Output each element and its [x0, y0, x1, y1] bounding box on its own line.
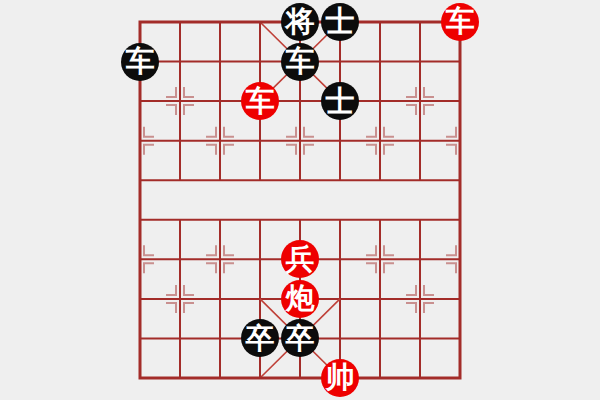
piece-red-general[interactable]: 帅 — [321, 359, 359, 397]
piece-black-chariot[interactable]: 车 — [121, 43, 159, 81]
xiangqi-board-diagram: 将士车车车车士兵炮卒卒帅 — [0, 0, 600, 400]
piece-black-chariot[interactable]: 车 — [281, 43, 319, 81]
piece-red-chariot[interactable]: 车 — [241, 82, 279, 120]
piece-red-cannon[interactable]: 炮 — [281, 280, 319, 318]
piece-black-soldier[interactable]: 卒 — [241, 319, 279, 357]
piece-black-advisor[interactable]: 士 — [321, 3, 359, 41]
piece-red-chariot[interactable]: 车 — [441, 3, 479, 41]
piece-black-soldier[interactable]: 卒 — [281, 319, 319, 357]
piece-red-soldier[interactable]: 兵 — [281, 240, 319, 278]
piece-black-general[interactable]: 将 — [281, 3, 319, 41]
piece-black-advisor[interactable]: 士 — [321, 82, 359, 120]
pieces-layer: 将士车车车车士兵炮卒卒帅 — [120, 2, 480, 398]
